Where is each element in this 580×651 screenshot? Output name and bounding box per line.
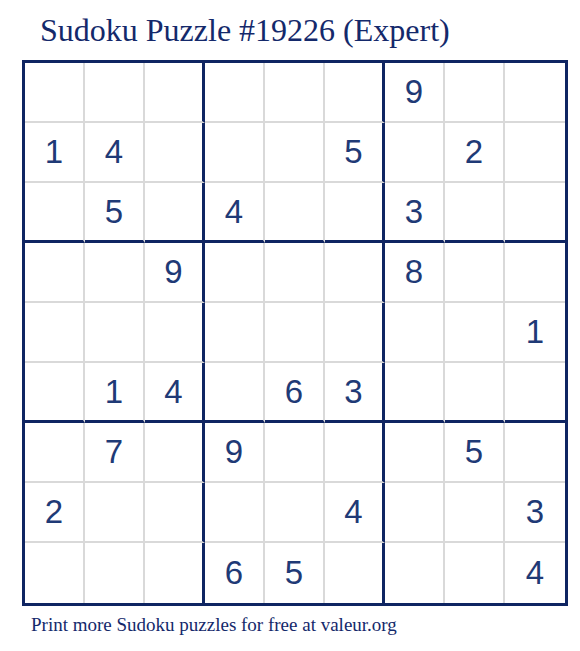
cell-r1c1 [25,63,85,123]
cell-r5c5 [265,303,325,363]
cell-r8c8 [445,483,505,543]
given-digit: 4 [225,193,243,231]
cell-r4c5 [265,243,325,303]
cell-r3c2: 5 [85,183,145,243]
given-digit: 4 [344,493,362,531]
cell-r3c4: 4 [205,183,265,243]
cell-r8c9: 3 [505,483,565,543]
given-digit: 3 [526,493,544,531]
cell-r1c2 [85,63,145,123]
cell-r6c1 [25,363,85,423]
cell-r2c2: 4 [85,123,145,183]
cell-r9c9: 4 [505,543,565,603]
given-digit: 3 [344,373,362,411]
cell-r7c1 [25,423,85,483]
cell-r6c2: 1 [85,363,145,423]
cell-r1c7: 9 [385,63,445,123]
cell-r4c4 [205,243,265,303]
cell-r9c7 [385,543,445,603]
given-digit: 2 [45,493,63,531]
cell-r8c5 [265,483,325,543]
cell-r4c8 [445,243,505,303]
cell-r6c5: 6 [265,363,325,423]
cell-r3c7: 3 [385,183,445,243]
given-digit: 5 [105,193,123,231]
cell-r9c8 [445,543,505,603]
given-digit: 9 [225,433,243,471]
cell-r1c3 [145,63,205,123]
cell-r1c9 [505,63,565,123]
given-digit: 9 [164,253,182,291]
cell-r3c6 [325,183,385,243]
given-digit: 2 [465,133,483,171]
cell-r4c3: 9 [145,243,205,303]
cell-r7c8: 5 [445,423,505,483]
cell-r4c7: 8 [385,243,445,303]
cell-r9c5: 5 [265,543,325,603]
cell-r1c6 [325,63,385,123]
cell-r7c2: 7 [85,423,145,483]
given-digit: 5 [465,433,483,471]
cell-r5c3 [145,303,205,363]
cell-r9c3 [145,543,205,603]
cell-r5c2 [85,303,145,363]
given-digit: 1 [105,373,123,411]
given-digit: 1 [45,133,63,171]
cell-r5c7 [385,303,445,363]
footer-text: Print more Sudoku puzzles for free at va… [31,615,397,636]
cell-r4c1 [25,243,85,303]
given-digit: 9 [405,73,423,111]
cell-r1c5 [265,63,325,123]
cell-r4c9 [505,243,565,303]
cell-r4c2 [85,243,145,303]
cell-r8c1: 2 [25,483,85,543]
cell-r5c6 [325,303,385,363]
cell-r3c1 [25,183,85,243]
cell-r6c9 [505,363,565,423]
cell-r2c4 [205,123,265,183]
cell-r9c1 [25,543,85,603]
cell-r8c6: 4 [325,483,385,543]
cell-r3c9 [505,183,565,243]
cell-r2c7 [385,123,445,183]
cell-r1c8 [445,63,505,123]
cell-r3c8 [445,183,505,243]
given-digit: 3 [405,193,423,231]
cell-r8c2 [85,483,145,543]
cell-r6c3: 4 [145,363,205,423]
cell-r2c9 [505,123,565,183]
cell-r7c9 [505,423,565,483]
cell-r5c9: 1 [505,303,565,363]
cell-r2c8: 2 [445,123,505,183]
given-digit: 4 [105,133,123,171]
given-digit: 5 [344,133,362,171]
cell-r3c3 [145,183,205,243]
cell-r6c8 [445,363,505,423]
cell-r5c1 [25,303,85,363]
cell-r2c1: 1 [25,123,85,183]
cell-r7c3 [145,423,205,483]
cell-r2c3 [145,123,205,183]
cell-r3c5 [265,183,325,243]
cell-r9c6 [325,543,385,603]
cell-r9c4: 6 [205,543,265,603]
cell-r9c2 [85,543,145,603]
given-digit: 5 [285,554,303,592]
given-digit: 7 [105,433,123,471]
cell-r8c3 [145,483,205,543]
cell-r7c5 [265,423,325,483]
cell-r2c6: 5 [325,123,385,183]
cell-r6c7 [385,363,445,423]
given-digit: 4 [164,373,182,411]
given-digit: 4 [526,554,544,592]
sudoku-board: 914525439811463795243654 [22,60,568,606]
cell-r5c8 [445,303,505,363]
cell-r4c6 [325,243,385,303]
cell-r7c7 [385,423,445,483]
given-digit: 6 [285,373,303,411]
cell-r2c5 [265,123,325,183]
cell-r1c4 [205,63,265,123]
given-digit: 6 [225,554,243,592]
page-title: Sudoku Puzzle #19226 (Expert) [40,14,450,46]
cell-r6c6: 3 [325,363,385,423]
cell-r8c4 [205,483,265,543]
cell-r7c4: 9 [205,423,265,483]
cell-r7c6 [325,423,385,483]
cell-r6c4 [205,363,265,423]
given-digit: 8 [405,253,423,291]
cell-r8c7 [385,483,445,543]
given-digit: 1 [526,313,544,351]
cell-r5c4 [205,303,265,363]
